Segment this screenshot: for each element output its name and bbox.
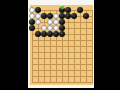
app-page [28,0,94,88]
app-screenshot [0,0,120,90]
black-stone[interactable] [71,13,77,19]
black-stone[interactable] [29,25,35,31]
black-stone[interactable] [83,13,89,19]
black-stone[interactable] [77,7,83,13]
go-board[interactable] [30,5,93,85]
letterbox-right [94,0,120,90]
white-stone[interactable] [35,19,41,25]
last-move-marker [61,6,64,9]
letterbox-left [0,0,28,90]
black-stone[interactable] [59,31,65,37]
